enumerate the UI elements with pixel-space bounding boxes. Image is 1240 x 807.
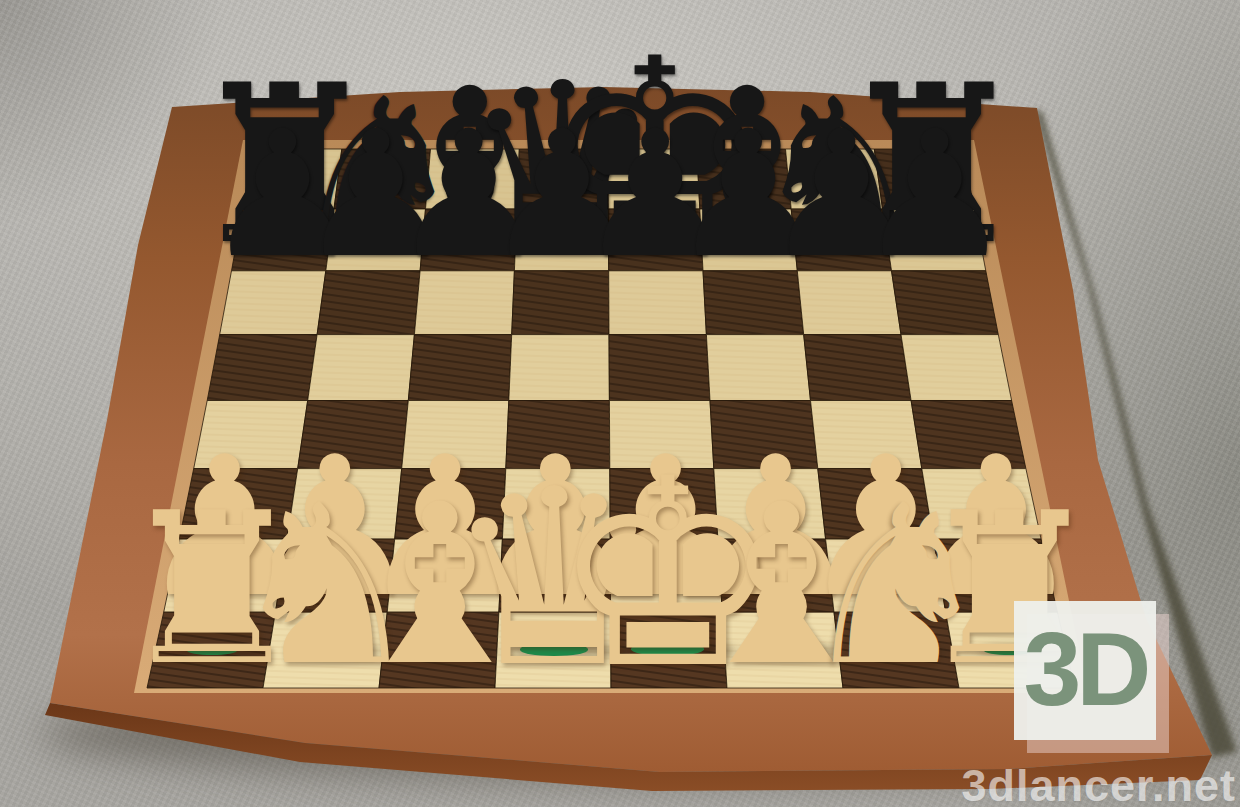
- square-grain-c7: [420, 209, 517, 271]
- square-grain-f3: [714, 469, 826, 539]
- square-grain-b4: [298, 401, 409, 469]
- square-grain-d7: [514, 209, 608, 271]
- square-grain-f7: [700, 209, 798, 271]
- square-grain-a6: [220, 271, 326, 335]
- square-grain-b2: [275, 539, 394, 612]
- square-grain-b5: [308, 335, 415, 401]
- square-grain-e2: [610, 539, 722, 612]
- square-grain-b6: [317, 271, 420, 335]
- square-grain-a1: [147, 612, 275, 688]
- square-grain-d3: [502, 469, 610, 539]
- square-grain-g7: [791, 209, 891, 271]
- square-grain-c6: [414, 271, 514, 335]
- square-grain-g1: [834, 612, 959, 688]
- square-grain-a7: [232, 209, 335, 271]
- watermark-site-text: 3dlancer.net: [961, 760, 1236, 807]
- square-grain-e4: [609, 401, 713, 469]
- square-grain-g5: [804, 335, 911, 401]
- square-grain-f5: [706, 335, 810, 401]
- square-grain-e1: [611, 612, 727, 688]
- photo-scene: ♜♞♝♛♚♝♞♜♟♟♟♟♟♟♟♟♟♟♟♟♟♟♟♟♜♞♝♛♚♝♞♜ 3D 3dla…: [0, 0, 1240, 807]
- square-grain-e8: [608, 149, 700, 209]
- square-grain-f1: [722, 612, 843, 688]
- square-grain-h8: [874, 149, 974, 209]
- square-grain-d2: [499, 539, 611, 612]
- square-grain-c8: [426, 149, 520, 209]
- square-grain-b8: [334, 149, 431, 209]
- square-grain-c3: [395, 469, 506, 539]
- square-grain-h6: [892, 271, 999, 335]
- square-grain-e7: [608, 209, 703, 271]
- square-grain-b1: [263, 612, 387, 688]
- square-grain-d4: [506, 401, 610, 469]
- square-grain-b3: [287, 469, 402, 539]
- square-grain-h7: [883, 209, 986, 271]
- square-grain-f6: [703, 271, 804, 335]
- square-grain-f4: [710, 401, 818, 469]
- square-grain-g8: [786, 149, 883, 209]
- square-grain-f2: [718, 539, 834, 612]
- square-grain-h4: [911, 401, 1026, 469]
- square-grain-a2: [164, 539, 287, 612]
- square-grain-g3: [818, 469, 934, 539]
- square-grain-f8: [697, 149, 791, 209]
- board-squares: [147, 149, 1075, 688]
- watermark-logo-text: 3D: [1024, 617, 1147, 721]
- square-grain-g2: [826, 539, 946, 612]
- square-grain-a8: [243, 149, 342, 209]
- square-grain-c4: [402, 401, 509, 469]
- square-grain-a3: [179, 469, 298, 539]
- watermark-logo-box: 3D: [1014, 601, 1156, 740]
- square-grain-g6: [797, 271, 901, 335]
- square-grain-h3: [922, 469, 1041, 539]
- square-grain-g4: [811, 401, 922, 469]
- square-grain-e5: [609, 335, 710, 401]
- square-grain-e6: [609, 271, 707, 335]
- square-grain-h5: [901, 335, 1012, 401]
- square-grain-d5: [509, 335, 610, 401]
- square-grain-b7: [326, 209, 426, 271]
- square-grain-e3: [610, 469, 718, 539]
- square-grain-c2: [387, 539, 502, 612]
- square-grain-d6: [512, 271, 609, 335]
- square-grain-c5: [408, 335, 511, 401]
- square-grain-d8: [517, 149, 608, 209]
- square-grain-a5: [207, 335, 317, 401]
- square-grain-a4: [194, 401, 308, 469]
- square-grain-d1: [495, 612, 611, 688]
- square-grain-c1: [379, 612, 499, 688]
